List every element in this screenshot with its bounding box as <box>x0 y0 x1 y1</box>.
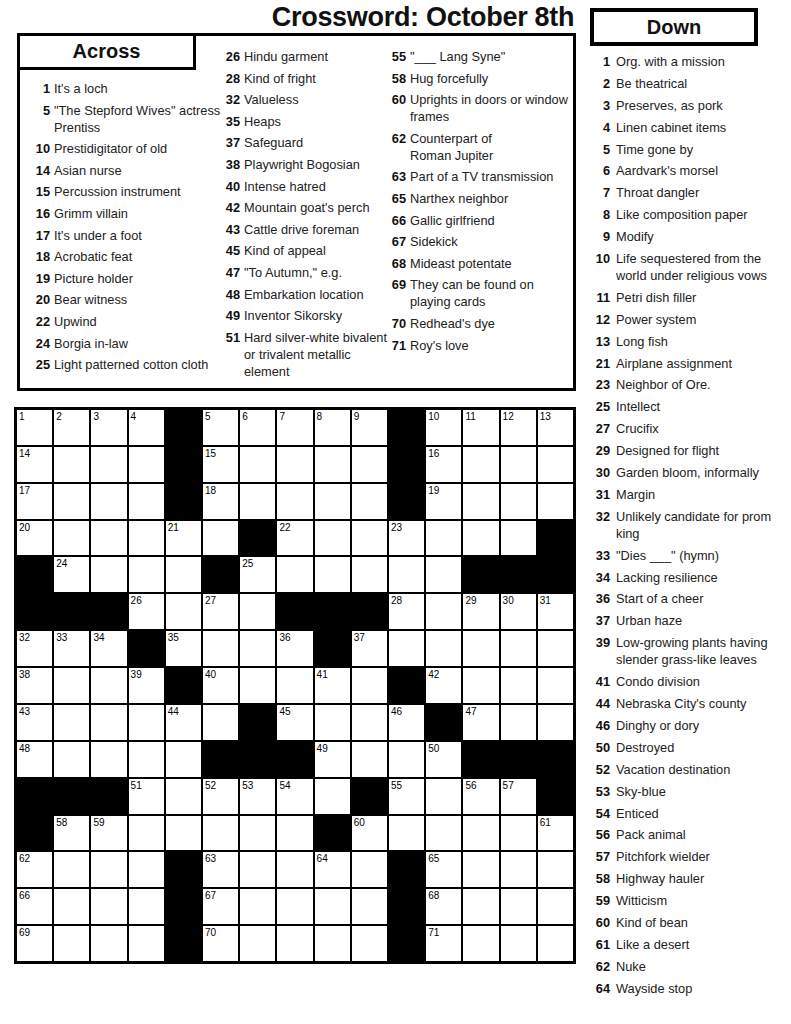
clue-number: 10 <box>590 250 610 267</box>
clue-10: 10Life sequestered from the world under … <box>590 250 780 284</box>
grid-cell[interactable] <box>276 815 313 852</box>
clue-70: 70Redhead's dye <box>388 315 570 332</box>
black-cell <box>276 593 313 630</box>
grid-cell[interactable] <box>500 446 537 483</box>
grid-cell[interactable]: 51 <box>128 778 165 815</box>
grid-cell[interactable]: 6 <box>239 409 276 446</box>
grid-cell[interactable]: 68 <box>425 888 462 925</box>
clue-7: 7Throat dangler <box>590 184 780 201</box>
cell-number: 15 <box>205 448 216 459</box>
grid-cell[interactable]: 10 <box>425 409 462 446</box>
grid-cell[interactable]: 18 <box>202 483 239 520</box>
grid-cell[interactable]: 52 <box>202 778 239 815</box>
grid-cell[interactable] <box>314 520 351 557</box>
grid-cell[interactable] <box>239 483 276 520</box>
grid-cell[interactable]: 12 <box>500 409 537 446</box>
grid-cell[interactable] <box>500 520 537 557</box>
grid-cell[interactable]: 34 <box>90 630 127 667</box>
clue-number: 42 <box>222 199 240 216</box>
grid-cell[interactable] <box>462 483 499 520</box>
clue-text: Acrobatic feat <box>54 249 132 264</box>
grid-cell[interactable]: 9 <box>351 409 388 446</box>
grid-cell[interactable]: 33 <box>53 630 90 667</box>
clue-text: "The Stepford Wives" actress Prentiss <box>54 103 220 135</box>
clue-67: 67Sidekick <box>388 233 570 250</box>
clue-44: 44Nebraska City's county <box>590 695 780 712</box>
clue-text: Crucifix <box>616 421 659 436</box>
clue-text: Dinghy or dory <box>616 718 699 733</box>
grid-cell[interactable] <box>90 888 127 925</box>
clue-5: 5"The Stepford Wives" actress Prentiss <box>32 102 228 136</box>
clue-number: 49 <box>222 307 240 324</box>
grid-cell[interactable]: 48 <box>16 741 53 778</box>
grid-cell[interactable] <box>90 741 127 778</box>
grid-cell[interactable] <box>53 667 90 704</box>
grid-cell[interactable]: 21 <box>165 520 202 557</box>
grid-cell[interactable]: 28 <box>388 593 425 630</box>
grid-cell[interactable]: 57 <box>500 778 537 815</box>
grid-cell[interactable] <box>425 815 462 852</box>
cell-number: 31 <box>540 595 551 606</box>
grid-cell[interactable] <box>90 446 127 483</box>
grid-cell[interactable] <box>53 446 90 483</box>
clue-number: 69 <box>388 276 406 293</box>
clue-number: 11 <box>590 289 610 306</box>
grid-cell[interactable] <box>53 704 90 741</box>
grid-cell[interactable] <box>239 851 276 888</box>
clue-number: 58 <box>388 70 406 87</box>
grid-cell[interactable]: 47 <box>462 704 499 741</box>
clue-30: 30Garden bloom, informally <box>590 464 780 481</box>
grid-cell[interactable] <box>128 556 165 593</box>
clue-number: 1 <box>590 53 610 70</box>
grid-cell[interactable]: 2 <box>53 409 90 446</box>
grid-cell[interactable] <box>276 483 313 520</box>
grid-cell[interactable]: 40 <box>202 667 239 704</box>
grid-cell[interactable] <box>202 815 239 852</box>
clue-number: 62 <box>388 130 406 147</box>
grid-cell[interactable]: 35 <box>165 630 202 667</box>
clue-65: 65Narthex neighbor <box>388 190 570 207</box>
grid-cell[interactable] <box>500 815 537 852</box>
black-cell <box>165 851 202 888</box>
grid-cell[interactable]: 49 <box>314 741 351 778</box>
clue-number: 3 <box>590 97 610 114</box>
grid-cell[interactable]: 32 <box>16 630 53 667</box>
grid-cell[interactable]: 19 <box>425 483 462 520</box>
clue-21: 21Airplane assignment <box>590 355 780 372</box>
clue-1: 1Org. with a mission <box>590 53 780 70</box>
cell-number: 46 <box>391 706 402 717</box>
clue-28: 28Kind of fright <box>222 70 396 87</box>
clue-number: 13 <box>590 333 610 350</box>
grid-cell[interactable]: 22 <box>276 520 313 557</box>
clue-text: Hindu garment <box>244 49 328 64</box>
clue-text: Kind of fright <box>244 71 316 86</box>
grid-cell[interactable] <box>314 556 351 593</box>
cell-number: 26 <box>131 595 142 606</box>
grid-cell[interactable] <box>239 888 276 925</box>
black-cell <box>388 483 425 520</box>
grid-cell[interactable] <box>388 630 425 667</box>
grid-cell[interactable] <box>276 888 313 925</box>
grid-cell[interactable] <box>351 483 388 520</box>
clue-number: 6 <box>590 162 610 179</box>
clue-number: 12 <box>590 311 610 328</box>
grid-cell[interactable] <box>351 704 388 741</box>
clue-20: 20Bear witness <box>32 291 228 308</box>
grid-cell[interactable]: 27 <box>202 593 239 630</box>
grid-cell[interactable]: 41 <box>314 667 351 704</box>
grid-cell[interactable] <box>202 704 239 741</box>
grid-cell[interactable] <box>276 925 313 962</box>
clue-number: 9 <box>590 228 610 245</box>
black-cell <box>165 925 202 962</box>
grid-cell[interactable]: 46 <box>388 704 425 741</box>
clue-37: 37Urban haze <box>590 612 780 629</box>
grid-cell[interactable] <box>239 925 276 962</box>
clue-48: 48Embarkation location <box>222 286 396 303</box>
cell-number: 6 <box>242 411 248 422</box>
clue-number: 60 <box>590 914 610 931</box>
grid-cell[interactable]: 43 <box>16 704 53 741</box>
grid-cell[interactable] <box>128 925 165 962</box>
grid-cell[interactable] <box>425 630 462 667</box>
clue-text: Like composition paper <box>616 207 748 222</box>
grid-cell[interactable] <box>128 888 165 925</box>
grid-cell[interactable] <box>239 446 276 483</box>
grid-cell[interactable]: 58 <box>53 815 90 852</box>
grid-cell[interactable] <box>462 630 499 667</box>
grid-cell[interactable] <box>537 630 574 667</box>
grid-cell[interactable]: 4 <box>128 409 165 446</box>
clue-text: Embarkation location <box>244 287 364 302</box>
grid-cell[interactable] <box>351 851 388 888</box>
grid-cell[interactable]: 29 <box>462 593 499 630</box>
grid-cell[interactable] <box>462 520 499 557</box>
black-cell <box>351 593 388 630</box>
clue-number: 43 <box>222 221 240 238</box>
clue-text: "___ Lang Syne" <box>410 49 505 64</box>
crossword-grid: 1234567891011121314151617181920212223242… <box>14 407 576 964</box>
grid-cell[interactable] <box>202 630 239 667</box>
clue-text: "To Autumn," e.g. <box>244 265 342 280</box>
grid-cell[interactable]: 66 <box>16 888 53 925</box>
grid-cell[interactable] <box>500 704 537 741</box>
grid-cell[interactable] <box>90 925 127 962</box>
grid-cell[interactable]: 36 <box>276 630 313 667</box>
grid-cell[interactable] <box>500 667 537 704</box>
grid-cell[interactable] <box>276 556 313 593</box>
grid-cell[interactable]: 26 <box>128 593 165 630</box>
down-header: Down <box>590 8 758 46</box>
grid-cell[interactable]: 42 <box>425 667 462 704</box>
cell-number: 53 <box>242 780 253 791</box>
grid-cell[interactable]: 31 <box>537 593 574 630</box>
clue-17: 17It's under a foot <box>32 227 228 244</box>
grid-cell[interactable] <box>128 446 165 483</box>
grid-cell[interactable]: 63 <box>202 851 239 888</box>
black-cell <box>388 888 425 925</box>
grid-cell[interactable] <box>351 520 388 557</box>
grid-cell[interactable]: 69 <box>16 925 53 962</box>
grid-cell[interactable]: 44 <box>165 704 202 741</box>
grid-cell[interactable] <box>165 556 202 593</box>
clue-number: 32 <box>222 91 240 108</box>
clue-57: 57Pitchfork wielder <box>590 848 780 865</box>
grid-cell[interactable]: 16 <box>425 446 462 483</box>
clue-54: 54Enticed <box>590 805 780 822</box>
cell-number: 37 <box>354 632 365 643</box>
grid-cell[interactable]: 53 <box>239 778 276 815</box>
clue-text: "Dies ___" (hymn) <box>616 548 719 563</box>
clue-15: 15Percussion instrument <box>32 183 228 200</box>
cell-number: 38 <box>19 669 30 680</box>
grid-cell[interactable] <box>165 815 202 852</box>
grid-cell[interactable] <box>314 704 351 741</box>
black-cell <box>239 704 276 741</box>
clue-text: Margin <box>616 487 655 502</box>
grid-cell[interactable] <box>314 446 351 483</box>
clue-26: 26Hindu garment <box>222 48 396 65</box>
grid-cell[interactable] <box>425 520 462 557</box>
grid-cell[interactable]: 56 <box>462 778 499 815</box>
grid-cell[interactable] <box>53 741 90 778</box>
grid-cell[interactable] <box>425 593 462 630</box>
grid-cell[interactable] <box>425 778 462 815</box>
clue-number: 47 <box>222 264 240 281</box>
grid-cell[interactable] <box>53 520 90 557</box>
grid-cell[interactable] <box>462 815 499 852</box>
grid-cell[interactable]: 64 <box>314 851 351 888</box>
grid-cell[interactable] <box>53 925 90 962</box>
clue-35: 35Heaps <box>222 113 396 130</box>
grid-cell[interactable] <box>462 667 499 704</box>
grid-cell[interactable]: 37 <box>351 630 388 667</box>
grid-cell[interactable] <box>537 925 574 962</box>
clue-number: 50 <box>590 739 610 756</box>
grid-cell[interactable] <box>388 815 425 852</box>
grid-cell[interactable] <box>53 483 90 520</box>
grid-cell[interactable] <box>500 888 537 925</box>
grid-cell[interactable]: 8 <box>314 409 351 446</box>
clue-number: 36 <box>590 590 610 607</box>
black-cell <box>90 593 127 630</box>
grid-cell[interactable] <box>128 520 165 557</box>
grid-cell[interactable] <box>239 815 276 852</box>
clue-24: 24Borgia in-law <box>32 335 228 352</box>
clue-text: Cattle drive foreman <box>244 222 359 237</box>
grid-cell[interactable] <box>239 667 276 704</box>
grid-cell[interactable] <box>351 556 388 593</box>
clue-number: 19 <box>32 270 50 287</box>
clue-text: Intense hatred <box>244 179 326 194</box>
grid-cell[interactable]: 70 <box>202 925 239 962</box>
cell-number: 56 <box>465 780 476 791</box>
grid-cell[interactable] <box>500 851 537 888</box>
grid-cell[interactable]: 20 <box>16 520 53 557</box>
clue-number: 61 <box>590 936 610 953</box>
grid-cell[interactable] <box>276 851 313 888</box>
grid-cell[interactable]: 39 <box>128 667 165 704</box>
clue-text: Start of a cheer <box>616 591 704 606</box>
grid-cell[interactable] <box>165 741 202 778</box>
grid-cell[interactable]: 23 <box>388 520 425 557</box>
grid-cell[interactable] <box>90 704 127 741</box>
grid-cell[interactable]: 24 <box>53 556 90 593</box>
grid-cell[interactable] <box>314 888 351 925</box>
grid-cell[interactable]: 5 <box>202 409 239 446</box>
grid-cell[interactable] <box>165 593 202 630</box>
grid-cell[interactable]: 13 <box>537 409 574 446</box>
grid-cell[interactable] <box>314 778 351 815</box>
grid-cell[interactable] <box>314 925 351 962</box>
grid-cell[interactable] <box>351 741 388 778</box>
black-cell <box>537 778 574 815</box>
cell-number: 48 <box>19 743 30 754</box>
clue-23: 23Neighbor of Ore. <box>590 376 780 393</box>
cell-number: 47 <box>465 706 476 717</box>
grid-cell[interactable] <box>276 667 313 704</box>
grid-cell[interactable] <box>314 483 351 520</box>
clue-number: 62 <box>590 958 610 975</box>
grid-cell[interactable] <box>90 520 127 557</box>
grid-cell[interactable]: 7 <box>276 409 313 446</box>
grid-cell[interactable]: 65 <box>425 851 462 888</box>
cell-number: 2 <box>56 411 62 422</box>
grid-cell[interactable] <box>239 593 276 630</box>
grid-cell[interactable]: 71 <box>425 925 462 962</box>
grid-cell[interactable] <box>462 851 499 888</box>
black-cell <box>16 556 53 593</box>
grid-cell[interactable] <box>128 704 165 741</box>
grid-cell[interactable] <box>462 888 499 925</box>
grid-cell[interactable]: 30 <box>500 593 537 630</box>
black-cell <box>276 741 313 778</box>
grid-cell[interactable]: 62 <box>16 851 53 888</box>
clue-number: 5 <box>32 102 50 119</box>
clue-12: 12Power system <box>590 311 780 328</box>
clue-3: 3Preserves, as pork <box>590 97 780 114</box>
grid-cell[interactable] <box>128 483 165 520</box>
grid-cell[interactable] <box>165 778 202 815</box>
cell-number: 13 <box>540 411 551 422</box>
grid-cell[interactable] <box>537 483 574 520</box>
grid-cell[interactable] <box>537 888 574 925</box>
grid-cell[interactable] <box>500 630 537 667</box>
clue-text: Throat dangler <box>616 185 699 200</box>
clue-19: 19Picture holder <box>32 270 228 287</box>
grid-cell[interactable] <box>53 851 90 888</box>
grid-cell[interactable]: 3 <box>90 409 127 446</box>
cell-number: 41 <box>317 669 328 680</box>
grid-cell[interactable] <box>128 815 165 852</box>
grid-cell[interactable] <box>425 556 462 593</box>
grid-cell[interactable] <box>128 851 165 888</box>
cell-number: 51 <box>131 780 142 791</box>
clue-text: Low-growing plants having slender grass-… <box>616 635 768 667</box>
clue-number: 40 <box>222 178 240 195</box>
grid-cell[interactable] <box>500 925 537 962</box>
grid-cell[interactable] <box>53 888 90 925</box>
cell-number: 33 <box>56 632 67 643</box>
grid-cell[interactable] <box>388 741 425 778</box>
clue-text: Nebraska City's county <box>616 696 746 711</box>
clue-number: 48 <box>222 286 240 303</box>
grid-cell[interactable]: 59 <box>90 815 127 852</box>
clue-27: 27Crucifix <box>590 420 780 437</box>
grid-cell[interactable]: 17 <box>16 483 53 520</box>
cell-number: 54 <box>279 780 290 791</box>
black-cell <box>537 741 574 778</box>
grid-cell[interactable] <box>90 483 127 520</box>
grid-cell[interactable] <box>90 851 127 888</box>
grid-cell[interactable]: 60 <box>351 815 388 852</box>
grid-cell[interactable]: 38 <box>16 667 53 704</box>
grid-cell[interactable]: 45 <box>276 704 313 741</box>
black-cell <box>202 556 239 593</box>
clue-text: Nuke <box>616 959 646 974</box>
grid-cell[interactable] <box>239 630 276 667</box>
grid-cell[interactable] <box>276 446 313 483</box>
grid-cell[interactable] <box>351 667 388 704</box>
grid-cell[interactable]: 55 <box>388 778 425 815</box>
grid-cell[interactable] <box>500 483 537 520</box>
clue-number: 70 <box>388 315 406 332</box>
grid-cell[interactable] <box>351 925 388 962</box>
clue-number: 5 <box>590 141 610 158</box>
clue-71: 71Roy's love <box>388 337 570 354</box>
clue-text: Time gone by <box>616 142 693 157</box>
grid-cell[interactable] <box>128 741 165 778</box>
clue-text: Gallic girlfriend <box>410 213 495 228</box>
grid-cell[interactable]: 11 <box>462 409 499 446</box>
grid-cell[interactable] <box>537 446 574 483</box>
grid-cell[interactable] <box>202 520 239 557</box>
clue-29: 29Designed for flight <box>590 442 780 459</box>
grid-cell[interactable]: 25 <box>239 556 276 593</box>
grid-cell[interactable]: 1 <box>16 409 53 446</box>
grid-cell[interactable]: 61 <box>537 815 574 852</box>
cell-number: 45 <box>279 706 290 717</box>
grid-cell[interactable]: 54 <box>276 778 313 815</box>
grid-cell[interactable]: 14 <box>16 446 53 483</box>
clue-58: 58Hug forcefully <box>388 70 570 87</box>
grid-cell[interactable] <box>462 925 499 962</box>
clue-32: 32Valueless <box>222 91 396 108</box>
grid-cell[interactable] <box>351 888 388 925</box>
cell-number: 17 <box>19 485 30 496</box>
grid-cell[interactable] <box>537 704 574 741</box>
clue-number: 32 <box>590 508 610 525</box>
clue-text: Grimm villain <box>54 206 128 221</box>
clue-47: 47"To Autumn," e.g. <box>222 264 396 281</box>
grid-cell[interactable]: 50 <box>425 741 462 778</box>
grid-cell[interactable] <box>90 667 127 704</box>
grid-cell[interactable] <box>537 851 574 888</box>
cell-number: 1 <box>19 411 25 422</box>
grid-cell[interactable] <box>537 667 574 704</box>
cell-number: 7 <box>279 411 285 422</box>
grid-cell[interactable]: 15 <box>202 446 239 483</box>
grid-cell[interactable]: 67 <box>202 888 239 925</box>
black-cell <box>351 778 388 815</box>
cell-number: 39 <box>131 669 142 680</box>
grid-cell[interactable] <box>90 556 127 593</box>
grid-cell[interactable] <box>388 556 425 593</box>
grid-cell[interactable] <box>351 446 388 483</box>
grid-cell[interactable] <box>462 446 499 483</box>
